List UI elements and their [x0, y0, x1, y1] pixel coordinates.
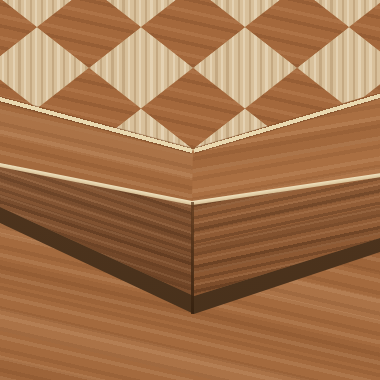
- board-corner-seam: [191, 202, 194, 314]
- chessboard-corner-photo: [0, 0, 380, 380]
